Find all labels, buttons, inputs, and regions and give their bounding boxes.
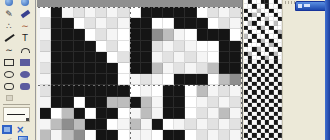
airbrush-icon: ∴ [6,22,12,31]
pixel-cell[interactable] [219,85,230,96]
pixel-cell[interactable] [74,41,85,52]
pixel-cell[interactable] [40,29,51,40]
pixel-cell[interactable] [163,85,174,96]
swatch-icon [6,95,13,101]
pixel-cell[interactable] [185,119,196,130]
pixel-cell[interactable] [107,7,118,18]
lasso-icon: ∼ [21,22,29,31]
pixel-cell[interactable] [185,63,196,74]
pixel-cell[interactable] [62,119,73,130]
pixel-cell[interactable] [107,18,118,29]
pixel-cell[interactable] [163,63,174,74]
pixel-cell[interactable] [197,18,208,29]
pixel-cell[interactable] [163,41,174,52]
pixel-cell[interactable] [40,52,51,63]
pixel-cell[interactable] [185,74,196,85]
pixel-cell[interactable] [130,7,141,18]
pixel-cell[interactable] [197,52,208,63]
pixel-cell[interactable] [51,85,62,96]
pixel-cell[interactable] [51,130,62,140]
pixel-cell[interactable] [74,29,85,40]
text-icon[interactable]: T [18,33,33,44]
pixel-cell[interactable] [141,7,152,18]
pixel-cell[interactable] [96,74,107,85]
pixel-cell[interactable] [107,63,118,74]
pixel-cell[interactable] [118,97,129,108]
brush-icon [20,10,30,18]
pixel-cell[interactable] [185,41,196,52]
selection-tool-icon[interactable] [2,125,12,134]
pixel-cell[interactable] [163,18,174,29]
pixel-cell[interactable] [174,108,185,119]
pixel-cell[interactable] [197,63,208,74]
pixel-cell[interactable] [197,85,208,96]
pixel-cell[interactable] [141,41,152,52]
pencil-icon: ✎ [5,10,13,19]
pixel-cell[interactable] [62,85,73,96]
pixel-cell[interactable] [118,130,129,140]
pixel-cell[interactable] [174,130,185,140]
pixel-cell[interactable] [230,130,241,140]
grid-guide-horizontal [38,7,242,8]
pixel-cell[interactable] [74,7,85,18]
pixel-cell[interactable] [197,41,208,52]
pixel-cell[interactable] [197,130,208,140]
pixel-cell[interactable] [118,52,129,63]
pixel-cell[interactable] [40,63,51,74]
pixel-cell[interactable] [51,18,62,29]
pixel-cell[interactable] [51,29,62,40]
pixel-cell[interactable] [74,18,85,29]
pixel-cell[interactable] [208,63,219,74]
pixel-cell[interactable] [141,63,152,74]
pixel-cell[interactable] [85,130,96,140]
pixel-cell[interactable] [152,130,163,140]
gradient-tool-icon[interactable] [18,136,28,140]
filled-ellipse-icon[interactable] [18,69,33,80]
pixel-cell[interactable] [118,7,129,18]
pixel-cell[interactable] [118,63,129,74]
pixel-cell[interactable] [40,74,51,85]
pixel-cell[interactable] [230,7,241,18]
pixel-cell[interactable] [85,41,96,52]
pixel-cell[interactable] [174,7,185,18]
rounded-rectangle-icon [4,83,14,90]
pixel-cell[interactable] [51,7,62,18]
pixel-cell[interactable] [219,41,230,52]
canvas-right-border [242,0,243,140]
pixel-cell[interactable] [130,63,141,74]
pixel-cell[interactable] [40,7,51,18]
airbrush-icon[interactable]: ∴ [2,21,17,32]
pixel-cell[interactable] [107,52,118,63]
pixel-cell[interactable] [152,85,163,96]
pixel-cell[interactable] [74,108,85,119]
pixel-cell[interactable] [107,130,118,140]
pixel-cell[interactable] [152,63,163,74]
pixel-cell[interactable] [130,52,141,63]
pixel-cell[interactable] [118,29,129,40]
pixel-cell[interactable] [40,85,51,96]
pixel-cell[interactable] [174,97,185,108]
pixel-cell[interactable] [62,41,73,52]
pixel-cell[interactable] [185,29,196,40]
pixel-cell[interactable] [85,18,96,29]
pixel-cell[interactable] [219,29,230,40]
pixel-cell[interactable] [74,63,85,74]
line-width-sample [7,114,25,115]
line-icon [4,34,14,42]
rounded-rectangle-icon[interactable] [2,81,17,92]
pixel-cell[interactable] [74,52,85,63]
curve-icon: ∼ [5,46,13,55]
pixel-cell[interactable] [130,74,141,85]
pixel-cell[interactable] [152,119,163,130]
pixel-cell[interactable] [85,52,96,63]
pixel-cell[interactable] [208,29,219,40]
right-panel [282,0,330,140]
divider-line-icon [2,138,11,140]
pixel-cell[interactable] [185,18,196,29]
pixel-cell[interactable] [197,29,208,40]
pixel-cell[interactable] [107,41,118,52]
pixel-cell[interactable] [107,108,118,119]
pixel-cell[interactable] [174,41,185,52]
pixel-cell[interactable] [40,130,51,140]
pixel-cell[interactable] [62,63,73,74]
pixel-cell[interactable] [185,97,196,108]
grid-guide-horizontal [38,85,242,86]
filled-rectangle-icon[interactable] [18,57,33,68]
grid-guide-vertical [130,7,131,140]
pixel-cell[interactable] [152,41,163,52]
pixel-cell[interactable] [74,97,85,108]
tool-grid: ✎∴∼T∼ [1,0,33,104]
mini-window-title-text [304,4,310,7]
pixel-cell[interactable] [51,52,62,63]
pixel-cell[interactable] [62,108,73,119]
pixel-cell[interactable] [141,18,152,29]
pixel-cell[interactable] [141,97,152,108]
pixel-cell[interactable] [40,119,51,130]
pixel-cell[interactable] [208,18,219,29]
pixel-cell[interactable] [208,119,219,130]
pixel-cell[interactable] [85,74,96,85]
pixel-cell[interactable] [96,97,107,108]
pixel-cell[interactable] [197,74,208,85]
pixel-cell[interactable] [174,52,185,63]
pixel-cell[interactable] [219,52,230,63]
pixel-cell[interactable] [51,119,62,130]
pixel-cell[interactable] [185,52,196,63]
pixel-cell[interactable] [174,29,185,40]
pixel-cell[interactable] [208,41,219,52]
pixel-cell[interactable] [118,18,129,29]
ellipse-icon [4,71,14,78]
pixel-cell[interactable] [152,18,163,29]
pixel-cell[interactable] [96,119,107,130]
pixel-cell[interactable] [107,74,118,85]
pixel-cell[interactable] [118,119,129,130]
pixel-cell[interactable] [174,63,185,74]
pixel-cell[interactable] [40,108,51,119]
filled-ellipse-icon [20,71,30,78]
pixel-cell[interactable] [163,52,174,63]
pixel-cell[interactable] [74,119,85,130]
pixel-cell[interactable] [141,108,152,119]
brush-icon[interactable] [18,9,33,20]
pixel-cell[interactable] [219,18,230,29]
pixel-cell[interactable] [141,29,152,40]
pixel-cell[interactable] [185,7,196,18]
magnifier-icon[interactable] [2,0,17,8]
pixel-cell[interactable] [85,119,96,130]
pixel-cell[interactable] [219,119,230,130]
pixel-cell[interactable] [219,7,230,18]
pixel-cell[interactable] [197,97,208,108]
pixel-cell[interactable] [163,130,174,140]
pixel-cell[interactable] [96,63,107,74]
line-icon[interactable] [2,33,17,44]
pixel-cell[interactable] [96,7,107,18]
pixel-cell[interactable] [40,41,51,52]
mini-window-icon [298,4,302,8]
canvas-top-border [37,0,243,7]
pixel-cell[interactable] [118,85,129,96]
pixel-cell[interactable] [40,18,51,29]
pixel-cell[interactable] [62,29,73,40]
pixel-cell[interactable] [163,97,174,108]
pixel-cell[interactable] [185,130,196,140]
arc-icon [21,48,30,53]
pixel-cell[interactable] [163,7,174,18]
pixel-cell[interactable] [185,85,196,96]
pixel-cell[interactable] [230,29,241,40]
pixel-cell[interactable] [62,97,73,108]
tool-palette: ✎∴∼T∼ × [0,0,36,140]
delete-x-icon[interactable]: × [16,124,24,135]
swatch-icon[interactable] [2,93,17,104]
pixel-cell[interactable] [230,85,241,96]
pixel-cell[interactable] [208,74,219,85]
pixel-cell[interactable] [208,85,219,96]
pixel-cell[interactable] [51,108,62,119]
panel-texture-dots [285,1,295,4]
pixel-editor-window: ✎∴∼T∼ × [0,0,330,140]
pixel-cell[interactable] [152,74,163,85]
pixel-cell[interactable] [163,74,174,85]
mini-window-titlebar[interactable] [295,1,326,11]
pixel-cell[interactable] [85,85,96,96]
pixel-cell[interactable] [152,7,163,18]
pixel-cell[interactable] [130,18,141,29]
rectangle-icon[interactable] [2,57,17,68]
pixel-cell[interactable] [130,119,141,130]
pixel-cell[interactable] [85,97,96,108]
pixel-cell[interactable] [51,74,62,85]
pixel-cell[interactable] [96,130,107,140]
pixel-cell[interactable] [74,130,85,140]
pixel-cell[interactable] [174,119,185,130]
pixel-cell[interactable] [51,63,62,74]
pixel-cell[interactable] [152,108,163,119]
pixel-cell[interactable] [141,74,152,85]
pixel-cell[interactable] [130,29,141,40]
pixel-cell[interactable] [230,97,241,108]
pixel-cell[interactable] [152,29,163,40]
pixel-cell[interactable] [85,7,96,18]
pixel-cell[interactable] [62,18,73,29]
toolbar-divider [3,104,30,105]
pixel-cell[interactable] [163,119,174,130]
pixel-cell[interactable] [51,97,62,108]
pixel-cell[interactable] [118,41,129,52]
pixel-cell[interactable] [141,52,152,63]
pixel-cell[interactable] [62,74,73,85]
pixel-cell[interactable] [96,29,107,40]
actual-size-preview-strip [244,0,282,140]
pixel-cell[interactable] [197,119,208,130]
pixel-cell[interactable] [74,85,85,96]
pixel-cell[interactable] [208,108,219,119]
pixel-editing-canvas[interactable] [40,7,241,140]
arc-icon[interactable] [18,45,33,56]
pencil-icon[interactable]: ✎ [2,9,17,20]
pixel-cell[interactable] [185,108,196,119]
pixel-cell[interactable] [208,52,219,63]
pixel-cell[interactable] [230,74,241,85]
magnifier-icon [5,0,13,6]
pixel-cell[interactable] [107,97,118,108]
pixel-cell[interactable] [163,108,174,119]
pixel-cell[interactable] [163,29,174,40]
pixel-cell[interactable] [174,18,185,29]
eyedropper-icon [21,0,29,6]
pixel-cell[interactable] [51,41,62,52]
pixel-cell[interactable] [62,130,73,140]
text-icon: T [22,34,28,43]
filled-rounded-rectangle-icon[interactable] [18,81,33,92]
pixel-cell[interactable] [219,108,230,119]
pixel-cell[interactable] [118,74,129,85]
pixel-cell[interactable] [96,108,107,119]
pixel-cell[interactable] [152,97,163,108]
pixel-cell[interactable] [208,130,219,140]
pixel-cell[interactable] [130,85,141,96]
pixel-cell[interactable] [96,18,107,29]
filled-rectangle-icon [20,59,30,66]
pixel-cell[interactable] [107,29,118,40]
pixel-cell[interactable] [219,63,230,74]
pixel-cell[interactable] [107,119,118,130]
pixel-cell[interactable] [174,85,185,96]
window-border-right [325,0,330,140]
pixel-cell[interactable] [230,18,241,29]
pixel-cell[interactable] [130,108,141,119]
pixel-cell[interactable] [141,119,152,130]
pixel-cell[interactable] [219,130,230,140]
pixel-cell[interactable] [197,7,208,18]
eyedropper-icon[interactable] [18,0,33,8]
pixel-cell[interactable] [74,74,85,85]
pixel-cell[interactable] [230,119,241,130]
pixel-cell[interactable] [208,7,219,18]
pixel-cell[interactable] [85,29,96,40]
pixel-cell[interactable] [96,52,107,63]
blank[interactable] [18,93,33,104]
resize-grip-icon [26,118,29,121]
pixel-cell[interactable] [174,74,185,85]
pixel-cell[interactable] [62,7,73,18]
rectangle-icon [4,59,14,66]
pixel-cell[interactable] [219,74,230,85]
pixel-cell[interactable] [230,63,241,74]
pixel-cell[interactable] [62,52,73,63]
pixel-cell[interactable] [130,41,141,52]
pixel-cell[interactable] [107,85,118,96]
pixel-cell[interactable] [40,97,51,108]
pixel-cell[interactable] [130,130,141,140]
pixel-cell[interactable] [197,108,208,119]
pixel-cell[interactable] [130,97,141,108]
ellipse-icon[interactable] [2,69,17,80]
pixel-cell[interactable] [85,108,96,119]
curve-icon[interactable]: ∼ [2,45,17,56]
pixel-cell[interactable] [96,41,107,52]
pixel-cell[interactable] [96,85,107,96]
pixel-cell[interactable] [141,85,152,96]
pixel-cell[interactable] [152,52,163,63]
tool-options-box[interactable] [3,107,30,122]
pixel-cell[interactable] [219,97,230,108]
pixel-cell[interactable] [230,41,241,52]
lasso-icon[interactable]: ∼ [18,21,33,32]
pixel-cell[interactable] [141,130,152,140]
pixel-cell[interactable] [85,63,96,74]
pixel-cell[interactable] [230,52,241,63]
pixel-cell[interactable] [118,108,129,119]
pixel-cell[interactable] [208,97,219,108]
filled-rounded-rectangle-icon [20,83,30,90]
pixel-cell[interactable] [230,108,241,119]
